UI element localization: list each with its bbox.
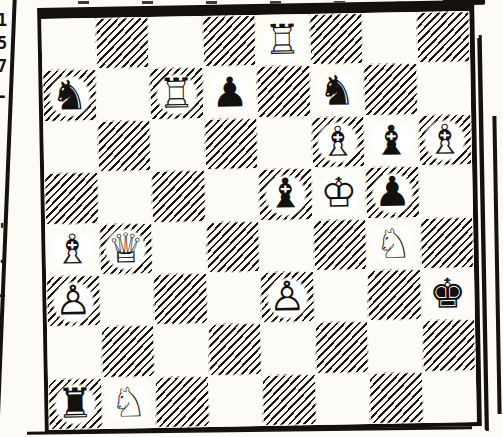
square-d8[interactable]: [202, 15, 256, 67]
square-g6[interactable]: ♝: [364, 115, 418, 167]
square-h6[interactable]: ♗: [418, 114, 472, 166]
piece-white-rook[interactable]: ♖: [153, 70, 200, 117]
square-g7[interactable]: [363, 63, 417, 115]
piece-white-rook[interactable]: ♖: [259, 17, 306, 64]
piece-white-bishop[interactable]: ♗: [314, 119, 361, 166]
square-b4[interactable]: ♕: [99, 222, 153, 274]
piece-black-knight[interactable]: ♞: [314, 67, 361, 114]
square-e5[interactable]: ♝: [258, 168, 312, 220]
square-h7[interactable]: [417, 62, 471, 114]
square-e4[interactable]: [259, 220, 313, 272]
piece-white-pawn[interactable]: ♙: [50, 278, 97, 325]
newspaper-column-rule-right: [492, 116, 501, 414]
piece-white-knight[interactable]: ♘: [370, 220, 417, 267]
square-e1[interactable]: [262, 374, 316, 426]
piece-black-bishop[interactable]: ♝: [368, 118, 415, 165]
square-a7[interactable]: ♞: [42, 69, 96, 121]
square-f7[interactable]: ♞: [310, 64, 364, 116]
newspaper-scan-page: 157-'·- ♖♞♖♟♞♗♝♗♝♔♟♗♕♘♙♙♚♜♘: [0, 0, 503, 437]
square-b1[interactable]: ♘: [101, 377, 155, 429]
marginalia-fragment: 5: [0, 35, 9, 52]
square-d3[interactable]: [207, 272, 261, 324]
square-a8[interactable]: [41, 18, 95, 70]
square-f6[interactable]: ♗: [311, 116, 365, 168]
square-h8[interactable]: [416, 11, 470, 63]
square-h5[interactable]: [419, 165, 473, 217]
piece-black-knight[interactable]: ♞: [46, 72, 93, 119]
chess-board-frame: ♖♞♖♟♞♗♝♗♝♔♟♗♕♘♙♙♚♜♘: [37, 0, 482, 434]
marginalia-fragment: 7: [0, 58, 9, 75]
square-h1[interactable]: [422, 371, 476, 423]
square-c1[interactable]: [155, 376, 209, 428]
square-b3[interactable]: [100, 274, 154, 326]
marginalia-fragment: 1: [0, 12, 9, 29]
square-d4[interactable]: [206, 221, 260, 273]
square-e6[interactable]: [257, 117, 311, 169]
square-g3[interactable]: [367, 269, 421, 321]
square-e3[interactable]: ♙: [260, 271, 314, 323]
piece-black-king[interactable]: ♚: [424, 271, 471, 318]
square-c3[interactable]: [153, 273, 207, 325]
square-e7[interactable]: [256, 65, 310, 117]
square-d6[interactable]: [204, 118, 258, 170]
piece-white-bishop[interactable]: ♗: [49, 226, 96, 273]
square-e8[interactable]: ♖: [255, 14, 309, 66]
square-b5[interactable]: [98, 171, 152, 223]
square-h4[interactable]: [420, 217, 474, 269]
piece-black-pawn[interactable]: ♟: [369, 169, 416, 216]
piece-black-bishop[interactable]: ♝: [262, 171, 309, 218]
square-h3[interactable]: ♚: [420, 268, 474, 320]
square-f1[interactable]: [315, 373, 369, 425]
square-e2[interactable]: [261, 322, 315, 374]
piece-white-king[interactable]: ♔: [315, 170, 362, 217]
square-b8[interactable]: [95, 17, 149, 69]
square-g2[interactable]: [368, 320, 422, 372]
square-d7[interactable]: ♟: [203, 66, 257, 118]
piece-black-pawn[interactable]: ♟: [207, 69, 254, 116]
piece-black-rook[interactable]: ♜: [52, 380, 99, 427]
square-f5[interactable]: ♔: [312, 167, 366, 219]
square-c8[interactable]: [148, 16, 202, 68]
square-f2[interactable]: [314, 321, 368, 373]
square-a1[interactable]: ♜: [48, 378, 102, 430]
chess-board: ♖♞♖♟♞♗♝♗♝♔♟♗♕♘♙♙♚♜♘: [41, 11, 476, 430]
square-b2[interactable]: [100, 325, 154, 377]
square-c4[interactable]: [152, 221, 206, 273]
square-b6[interactable]: [97, 120, 151, 172]
piece-white-pawn[interactable]: ♙: [264, 274, 311, 321]
square-g1[interactable]: [369, 372, 423, 424]
square-g8[interactable]: [362, 12, 416, 64]
square-c2[interactable]: [154, 324, 208, 376]
piece-white-queen[interactable]: ♕: [102, 225, 149, 272]
square-c5[interactable]: [151, 170, 205, 222]
square-b7[interactable]: [96, 68, 150, 120]
square-a3[interactable]: ♙: [46, 275, 100, 327]
piece-white-bishop[interactable]: ♗: [421, 117, 468, 164]
square-f8[interactable]: [309, 13, 363, 65]
square-c6[interactable]: [150, 119, 204, 171]
square-d1[interactable]: [208, 375, 262, 427]
square-d2[interactable]: [207, 323, 261, 375]
square-a4[interactable]: ♗: [45, 223, 99, 275]
square-f3[interactable]: [313, 270, 367, 322]
square-d5[interactable]: [205, 169, 259, 221]
square-f4[interactable]: [313, 219, 367, 271]
square-c7[interactable]: ♖: [149, 67, 203, 119]
square-a5[interactable]: [44, 172, 98, 224]
square-g4[interactable]: ♘: [366, 218, 420, 270]
square-g5[interactable]: ♟: [365, 166, 419, 218]
square-a6[interactable]: [43, 121, 97, 173]
square-a2[interactable]: [47, 326, 101, 378]
piece-white-knight[interactable]: ♘: [105, 379, 152, 426]
square-h2[interactable]: [421, 319, 475, 371]
